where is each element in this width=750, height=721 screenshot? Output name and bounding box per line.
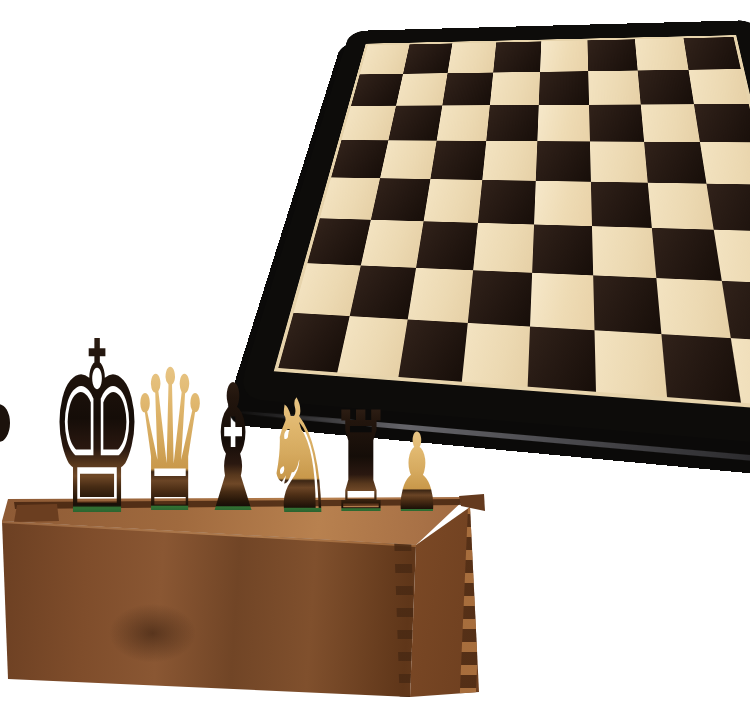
piece-pawn[interactable]: ♟ — [368, 403, 466, 512]
pieces-row: ♚♛♝♞♜♟ — [0, 0, 750, 721]
pawn-glyph: ♟ — [393, 419, 442, 528]
product-photo-scene: ♚♛♝♞♜♟ — [0, 0, 750, 721]
